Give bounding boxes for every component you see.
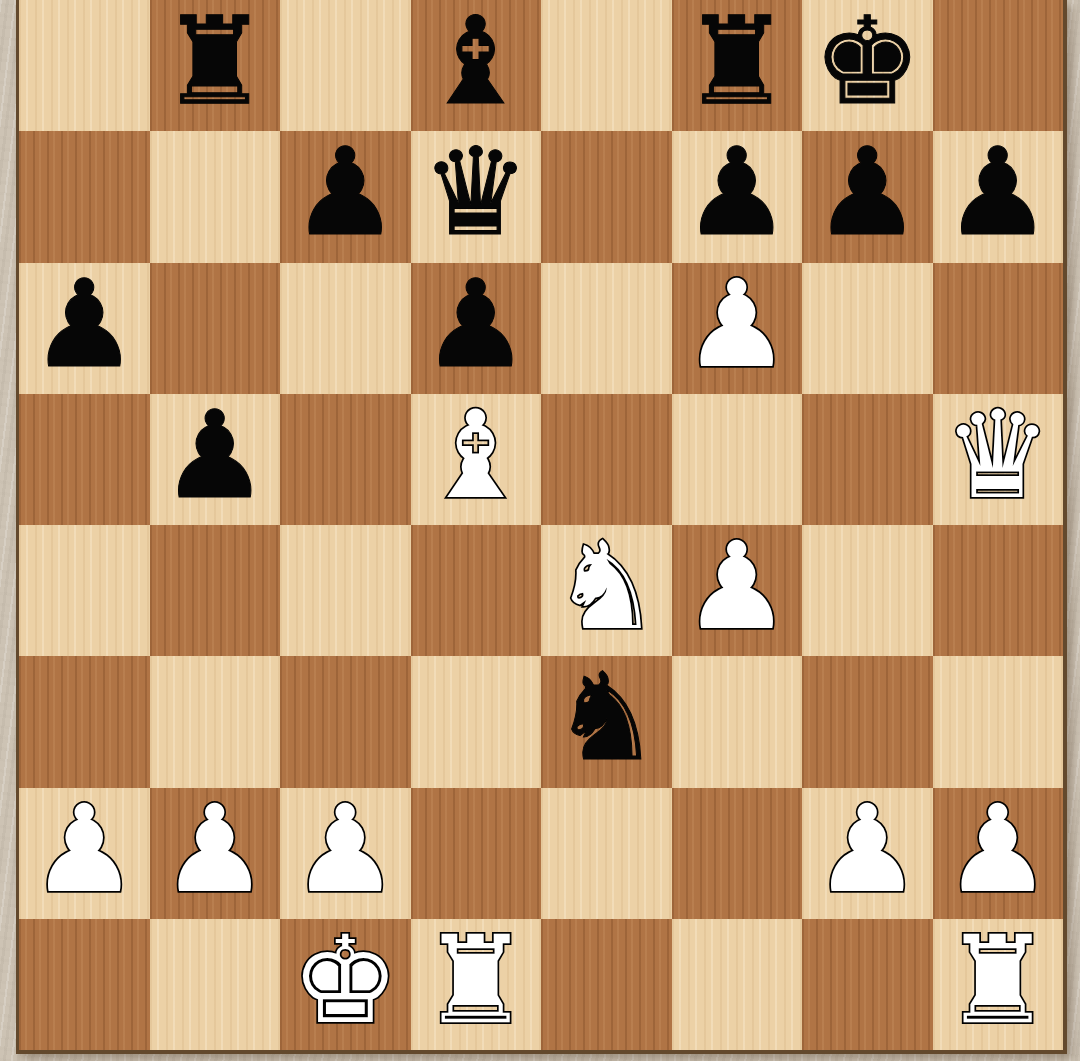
square-g2[interactable]: ♟ (802, 788, 933, 919)
piece-black-queen[interactable]: ♛ (422, 131, 530, 258)
square-f3[interactable] (672, 656, 803, 787)
square-h2[interactable]: ♟ (933, 788, 1064, 919)
piece-white-king[interactable]: ♚ (291, 919, 399, 1046)
square-d3[interactable] (411, 656, 542, 787)
piece-white-pawn[interactable]: ♟ (813, 788, 921, 915)
square-e5[interactable] (541, 394, 672, 525)
square-f7[interactable]: ♟ (672, 131, 803, 262)
chess-board[interactable]: ♜♝♜♚♟♛♟♟♟♟♟♟♟♝♛♞♟♞♟♟♟♟♟♚♜♜ (19, 0, 1063, 1050)
square-h8[interactable] (933, 0, 1064, 131)
square-a7[interactable] (19, 131, 150, 262)
square-a6[interactable]: ♟ (19, 263, 150, 394)
square-c1[interactable]: ♚ (280, 919, 411, 1050)
piece-white-pawn[interactable]: ♟ (944, 788, 1052, 915)
square-d2[interactable] (411, 788, 542, 919)
piece-white-rook[interactable]: ♜ (944, 919, 1052, 1046)
square-a4[interactable] (19, 525, 150, 656)
square-f6[interactable]: ♟ (672, 263, 803, 394)
square-h3[interactable] (933, 656, 1064, 787)
square-e4[interactable]: ♞ (541, 525, 672, 656)
piece-white-bishop[interactable]: ♝ (422, 394, 530, 521)
piece-white-pawn[interactable]: ♟ (683, 525, 791, 652)
piece-black-pawn[interactable]: ♟ (30, 263, 138, 390)
square-f2[interactable] (672, 788, 803, 919)
square-d7[interactable]: ♛ (411, 131, 542, 262)
square-h5[interactable]: ♛ (933, 394, 1064, 525)
square-b7[interactable] (150, 131, 281, 262)
square-e3[interactable]: ♞ (541, 656, 672, 787)
square-c3[interactable] (280, 656, 411, 787)
piece-black-king[interactable]: ♚ (813, 0, 921, 127)
piece-black-rook[interactable]: ♜ (161, 0, 269, 127)
piece-white-queen[interactable]: ♛ (944, 394, 1052, 521)
square-g4[interactable] (802, 525, 933, 656)
square-b8[interactable]: ♜ (150, 0, 281, 131)
square-e7[interactable] (541, 131, 672, 262)
square-g5[interactable] (802, 394, 933, 525)
square-e8[interactable] (541, 0, 672, 131)
square-c2[interactable]: ♟ (280, 788, 411, 919)
square-g1[interactable] (802, 919, 933, 1050)
piece-white-knight[interactable]: ♞ (552, 525, 660, 652)
board-frame: ♜♝♜♚♟♛♟♟♟♟♟♟♟♝♛♞♟♞♟♟♟♟♟♚♜♜ (16, 0, 1067, 1054)
piece-black-bishop[interactable]: ♝ (422, 0, 530, 127)
square-a5[interactable] (19, 394, 150, 525)
board-margin: ♜♝♜♚♟♛♟♟♟♟♟♟♟♝♛♞♟♞♟♟♟♟♟♚♜♜ (0, 0, 1080, 1061)
square-h1[interactable]: ♜ (933, 919, 1064, 1050)
piece-black-pawn[interactable]: ♟ (291, 131, 399, 258)
square-g8[interactable]: ♚ (802, 0, 933, 131)
square-f8[interactable]: ♜ (672, 0, 803, 131)
piece-black-pawn[interactable]: ♟ (944, 131, 1052, 258)
square-f4[interactable]: ♟ (672, 525, 803, 656)
square-b4[interactable] (150, 525, 281, 656)
square-d4[interactable] (411, 525, 542, 656)
piece-white-pawn[interactable]: ♟ (291, 788, 399, 915)
piece-black-knight[interactable]: ♞ (552, 656, 660, 783)
square-b6[interactable] (150, 263, 281, 394)
piece-black-pawn[interactable]: ♟ (422, 263, 530, 390)
square-d5[interactable]: ♝ (411, 394, 542, 525)
square-a1[interactable] (19, 919, 150, 1050)
piece-black-pawn[interactable]: ♟ (683, 131, 791, 258)
piece-black-rook[interactable]: ♜ (683, 0, 791, 127)
square-c7[interactable]: ♟ (280, 131, 411, 262)
square-h6[interactable] (933, 263, 1064, 394)
square-a2[interactable]: ♟ (19, 788, 150, 919)
square-d1[interactable]: ♜ (411, 919, 542, 1050)
square-e1[interactable] (541, 919, 672, 1050)
square-g7[interactable]: ♟ (802, 131, 933, 262)
piece-white-pawn[interactable]: ♟ (683, 263, 791, 390)
square-d8[interactable]: ♝ (411, 0, 542, 131)
square-e2[interactable] (541, 788, 672, 919)
square-c8[interactable] (280, 0, 411, 131)
square-f5[interactable] (672, 394, 803, 525)
square-b5[interactable]: ♟ (150, 394, 281, 525)
square-a3[interactable] (19, 656, 150, 787)
piece-white-rook[interactable]: ♜ (422, 919, 530, 1046)
square-h7[interactable]: ♟ (933, 131, 1064, 262)
square-c4[interactable] (280, 525, 411, 656)
piece-black-pawn[interactable]: ♟ (161, 394, 269, 521)
square-b1[interactable] (150, 919, 281, 1050)
square-e6[interactable] (541, 263, 672, 394)
square-a8[interactable] (19, 0, 150, 131)
square-h4[interactable] (933, 525, 1064, 656)
square-b3[interactable] (150, 656, 281, 787)
piece-black-pawn[interactable]: ♟ (813, 131, 921, 258)
square-d6[interactable]: ♟ (411, 263, 542, 394)
square-f1[interactable] (672, 919, 803, 1050)
square-c5[interactable] (280, 394, 411, 525)
square-g6[interactable] (802, 263, 933, 394)
square-b2[interactable]: ♟ (150, 788, 281, 919)
piece-white-pawn[interactable]: ♟ (30, 788, 138, 915)
square-g3[interactable] (802, 656, 933, 787)
piece-white-pawn[interactable]: ♟ (161, 788, 269, 915)
square-c6[interactable] (280, 263, 411, 394)
